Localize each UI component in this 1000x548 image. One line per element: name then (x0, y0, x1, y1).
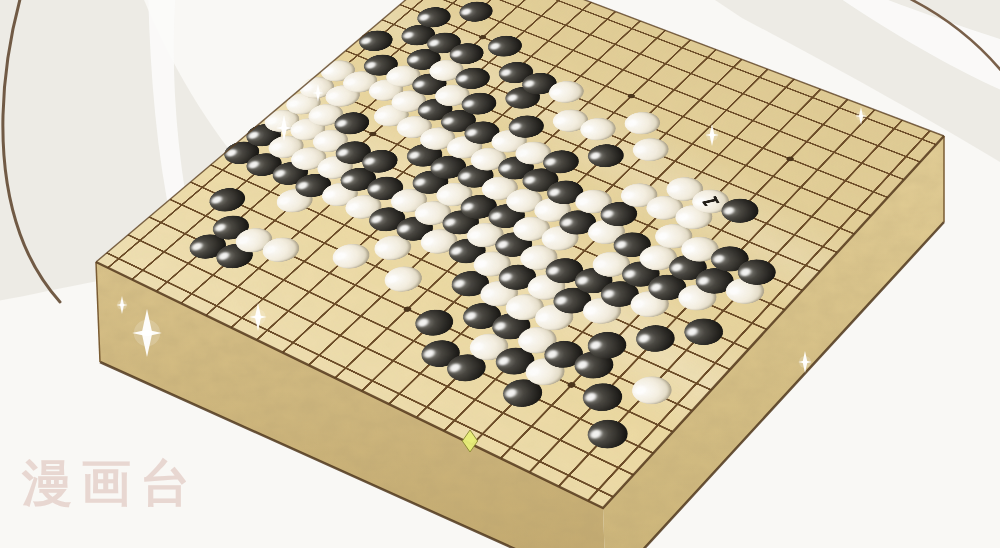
stone-black (408, 305, 461, 341)
stone-highlight (416, 317, 431, 327)
star-point (368, 131, 378, 137)
stone-highlight (387, 72, 400, 80)
star-point (785, 156, 795, 163)
stone-black (677, 314, 731, 351)
stone-highlight (481, 288, 495, 298)
stone-highlight (722, 206, 736, 216)
stone-white (626, 134, 676, 166)
stone-highlight (548, 187, 562, 196)
stone-highlight (236, 235, 250, 245)
stone-highlight (369, 86, 382, 95)
stone-highlight (418, 13, 431, 21)
stone-highlight (519, 335, 534, 346)
stone-highlight (443, 217, 457, 227)
stone-highlight (523, 79, 536, 88)
stone-black (575, 378, 630, 416)
stone-highlight (287, 99, 300, 108)
stone-highlight (593, 259, 607, 269)
stone-highlight (493, 321, 508, 331)
stone-highlight (499, 272, 513, 282)
stone-highlight (544, 157, 558, 166)
stone-highlight (492, 137, 506, 146)
stone-highlight (450, 49, 463, 57)
stone-highlight (296, 181, 310, 190)
stone-highlight (385, 274, 399, 284)
stone-highlight (430, 66, 443, 74)
stone-highlight (499, 163, 513, 172)
stone-highlight (368, 184, 382, 193)
stone-black (629, 320, 683, 357)
stone-highlight (365, 61, 378, 69)
stone-highlight (623, 269, 637, 279)
stone-highlight (415, 208, 429, 218)
stone-highlight (217, 251, 231, 261)
stone-highlight (633, 384, 648, 395)
stone-highlight (622, 190, 636, 199)
stone-white (624, 371, 679, 409)
stone-highlight (506, 93, 519, 102)
stone-highlight (576, 275, 590, 285)
stone-highlight (589, 151, 603, 160)
stone-highlight (554, 116, 567, 125)
stone-highlight (535, 205, 549, 215)
stone-highlight (468, 230, 482, 240)
stone-highlight (309, 110, 322, 119)
stone-highlight (265, 116, 278, 125)
stone-highlight (588, 340, 603, 351)
stone-highlight (640, 253, 654, 263)
stone-highlight (670, 262, 684, 272)
stone-highlight (550, 87, 563, 96)
stone-highlight (545, 349, 560, 360)
stone-black (481, 32, 528, 61)
stone-highlight (474, 259, 488, 269)
stone-highlight (456, 74, 469, 83)
stone-highlight (523, 175, 537, 184)
stone-highlight (402, 31, 415, 39)
stone-highlight (504, 387, 519, 398)
stone-highlight (333, 251, 347, 261)
watermark: 漫画台 (22, 450, 199, 517)
stone-highlight (213, 223, 227, 233)
stone-highlight (421, 134, 435, 143)
stone-highlight (375, 111, 388, 120)
stone-highlight (431, 162, 445, 171)
stone-highlight (318, 163, 332, 172)
stone-highlight (496, 239, 510, 249)
stone-highlight (375, 243, 389, 253)
stone-highlight (496, 355, 511, 366)
stone-highlight (625, 119, 638, 128)
stone-highlight (514, 224, 528, 234)
stone-highlight (509, 122, 522, 131)
stone-highlight (344, 78, 357, 86)
stone-highlight (471, 154, 485, 163)
stone-black (581, 140, 631, 172)
stone-white (377, 262, 429, 297)
stone-highlight (507, 196, 521, 205)
stone-highlight (408, 151, 422, 160)
stone-highlight (465, 128, 478, 137)
stone-highlight (247, 131, 261, 140)
stone-highlight (458, 171, 472, 180)
stone-highlight (335, 119, 348, 128)
stone-highlight (437, 190, 451, 199)
stone-highlight (322, 67, 335, 75)
stone-highlight (277, 196, 291, 205)
stone-highlight (584, 391, 599, 402)
stone-highlight (190, 242, 204, 252)
stone-highlight (422, 348, 437, 359)
stone-highlight (464, 311, 479, 321)
stone-highlight (614, 240, 628, 250)
star-point (626, 93, 636, 99)
star-point (566, 381, 577, 389)
stone-highlight (667, 184, 681, 193)
stone-highlight (269, 142, 283, 151)
stone-highlight (506, 302, 520, 312)
stone-highlight (602, 289, 616, 299)
stone-highlight (601, 209, 615, 219)
stone-highlight (436, 91, 449, 100)
stone-highlight (676, 212, 690, 222)
stone-black (580, 414, 636, 454)
stone-highlight (363, 157, 377, 166)
stone-highlight (696, 276, 710, 286)
stone-highlight (584, 305, 598, 315)
stone-highlight (489, 42, 502, 50)
stone-highlight (341, 175, 355, 184)
stone-highlight (413, 80, 426, 89)
stone-highlight (526, 366, 541, 377)
stone-highlight (263, 245, 277, 255)
stone-highlight (370, 214, 384, 224)
stone-highlight (413, 177, 427, 186)
stone-highlight (291, 125, 304, 134)
stone-highlight (499, 68, 512, 76)
stone-highlight (546, 265, 560, 275)
stone-white (618, 108, 667, 139)
stone-highlight (631, 299, 645, 309)
stone-highlight (418, 105, 431, 114)
stone-highlight (442, 116, 455, 125)
stone-highlight (489, 211, 503, 221)
stone-highlight (656, 231, 670, 241)
stone-highlight (589, 227, 603, 237)
stone-highlight (392, 196, 406, 205)
stone-highlight (521, 252, 535, 262)
stone-highlight (460, 8, 473, 16)
stone-highlight (407, 55, 420, 63)
stone-highlight (712, 254, 726, 264)
stone-highlight (542, 233, 556, 243)
stone-highlight (314, 136, 328, 145)
stone-highlight (210, 195, 224, 204)
stone-black (453, 0, 500, 26)
stone-highlight (421, 236, 435, 246)
stone-highlight (739, 267, 753, 277)
stone-highlight (679, 292, 693, 302)
stone-white (325, 239, 377, 273)
stone-highlight (247, 160, 261, 169)
stone-highlight (575, 359, 590, 370)
stone-highlight (449, 246, 463, 256)
star-point (402, 305, 413, 312)
stone-highlight (461, 202, 475, 211)
star-point (478, 34, 488, 40)
stone-highlight (360, 37, 373, 45)
stone-highlight (462, 99, 475, 108)
stone-highlight (649, 282, 663, 292)
stone-highlight (560, 217, 574, 227)
stone-highlight (682, 244, 696, 254)
stone-highlight (581, 125, 594, 134)
stone-highlight (273, 169, 287, 178)
stone-black (202, 184, 252, 216)
stone-highlight (448, 362, 463, 373)
stone-highlight (392, 97, 405, 106)
stone-highlight (397, 122, 410, 131)
stone-highlight (428, 39, 441, 47)
stone-highlight (326, 91, 339, 100)
stone-highlight (397, 224, 411, 234)
stone-highlight (647, 203, 661, 213)
stone-highlight (323, 190, 337, 199)
stone-highlight (346, 202, 360, 211)
manga-panel: 1 漫画台 (0, 0, 1000, 548)
stone-highlight (482, 183, 496, 192)
stone-highlight (633, 145, 647, 154)
stone-highlight (588, 428, 603, 439)
stone-highlight (685, 326, 700, 337)
stone-highlight (336, 148, 350, 157)
stone-highlight (727, 286, 741, 296)
stone-highlight (528, 282, 542, 292)
stone-highlight (448, 143, 462, 152)
stone-highlight (300, 83, 313, 92)
stone-highlight (516, 148, 530, 157)
stone-highlight (576, 197, 590, 206)
stone-highlight (554, 295, 568, 305)
stone-highlight (536, 312, 550, 322)
stone-highlight (225, 148, 239, 157)
stone-highlight (637, 333, 652, 344)
stone-highlight (452, 278, 466, 288)
stone-highlight (471, 341, 486, 352)
stone-highlight (292, 154, 306, 163)
